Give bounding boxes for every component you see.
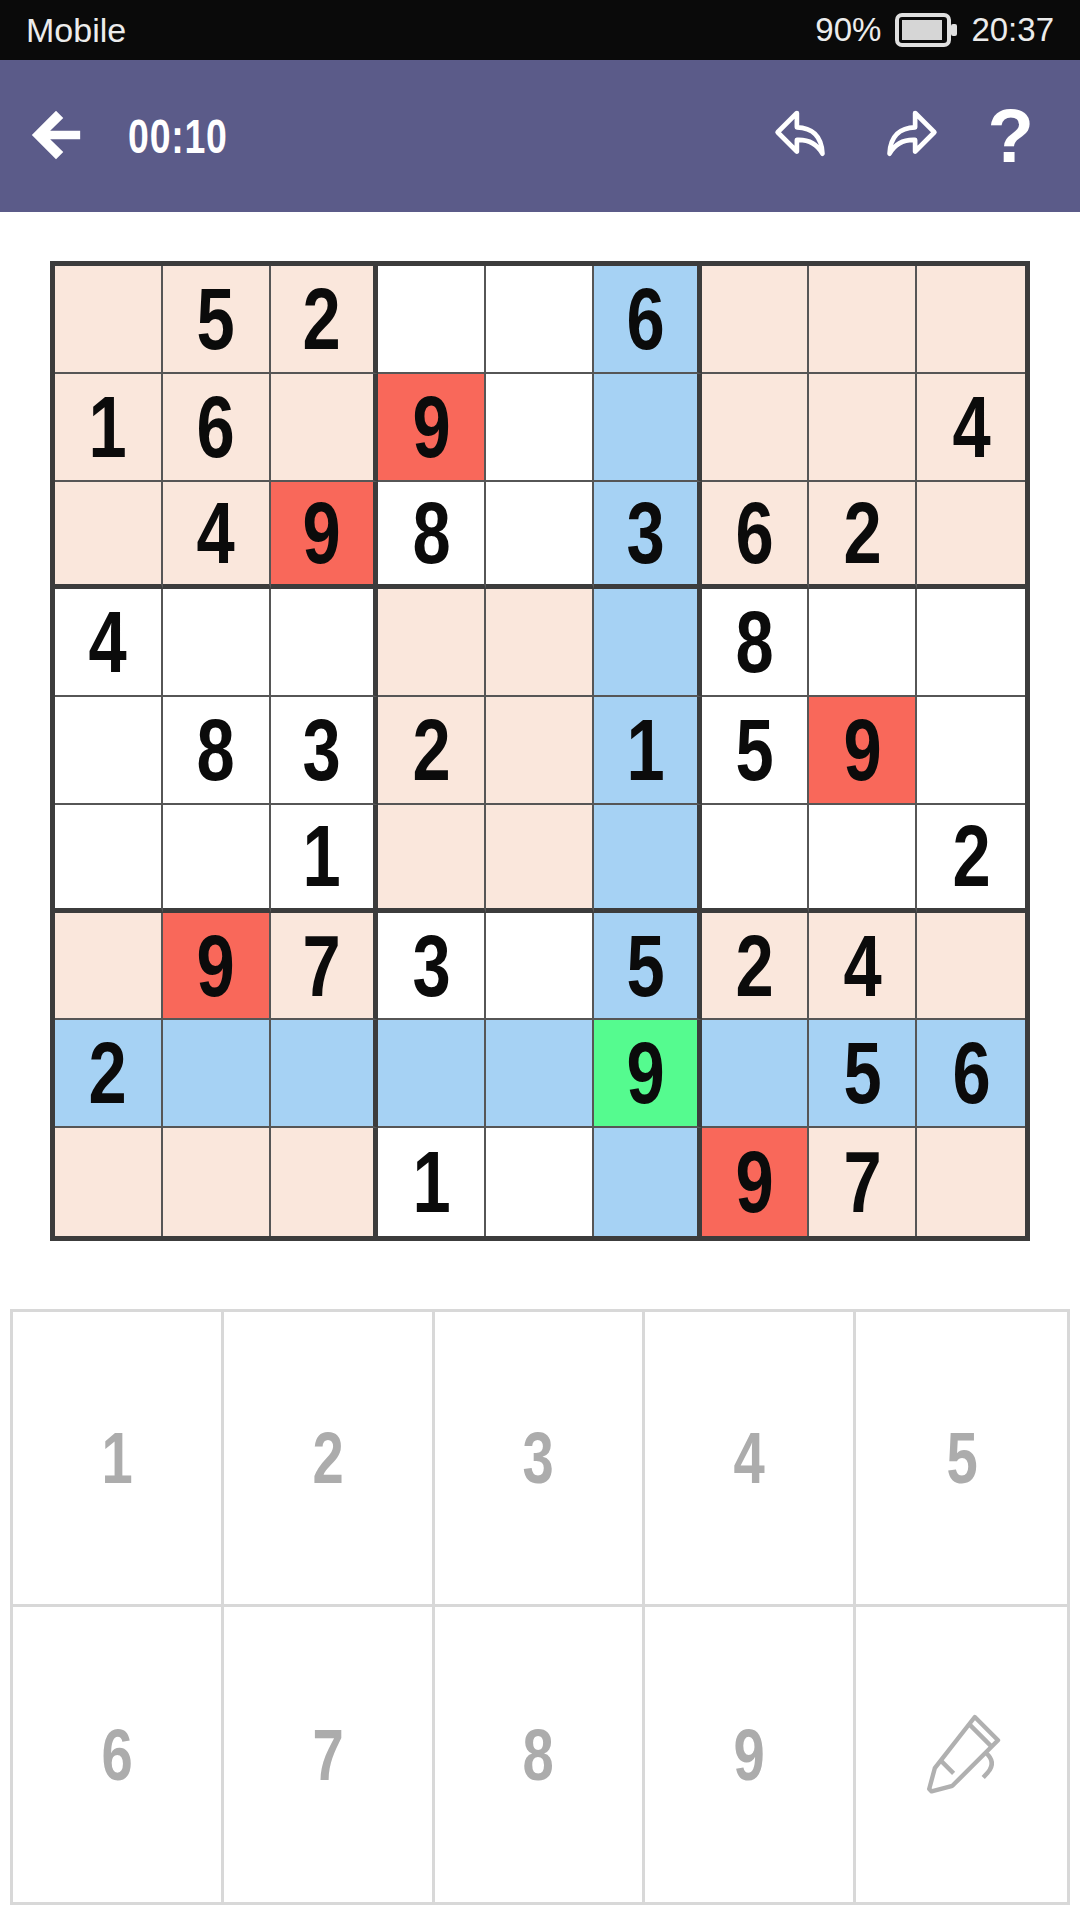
- cell-r5c7[interactable]: 5: [702, 697, 810, 805]
- clock-label: 20:37: [971, 11, 1054, 49]
- cell-digit: 3: [626, 489, 664, 577]
- cell-digit: 9: [843, 706, 881, 794]
- cell-r2c5[interactable]: [486, 374, 594, 482]
- cell-r1c7[interactable]: [702, 266, 810, 374]
- status-bar-right: 90% 20:37: [815, 11, 1054, 49]
- numpad-button-5[interactable]: 5: [856, 1312, 1067, 1607]
- cell-r5c1[interactable]: [55, 697, 163, 805]
- cell-r5c2[interactable]: 8: [163, 697, 271, 805]
- cell-r8c6[interactable]: 9: [594, 1020, 702, 1128]
- numpad-button-9[interactable]: 9: [645, 1607, 856, 1902]
- cell-r1c4[interactable]: [378, 266, 486, 374]
- cell-digit: 9: [303, 489, 341, 577]
- numpad-label: 5: [946, 1422, 977, 1494]
- cell-r7c5[interactable]: [486, 913, 594, 1021]
- cell-r5c5[interactable]: [486, 697, 594, 805]
- numpad-button-6[interactable]: 6: [13, 1607, 224, 1902]
- sudoku-grid: 526169449836248832159129735242956197: [50, 261, 1030, 1241]
- cell-r3c9[interactable]: [917, 482, 1025, 590]
- cell-r6c4[interactable]: [378, 805, 486, 913]
- app-bar-actions: ?: [768, 98, 1034, 174]
- cell-r5c9[interactable]: [917, 697, 1025, 805]
- cell-digit: 9: [626, 1029, 664, 1117]
- cell-r8c1[interactable]: 2: [55, 1020, 163, 1128]
- cell-r7c2[interactable]: 9: [163, 913, 271, 1021]
- cell-r7c9[interactable]: [917, 913, 1025, 1021]
- cell-digit: 1: [303, 812, 341, 900]
- cell-digit: 5: [735, 706, 773, 794]
- cell-r2c4[interactable]: 9: [378, 374, 486, 482]
- numpad-button-2[interactable]: 2: [224, 1312, 435, 1607]
- cell-digit: 9: [412, 383, 450, 471]
- timer-label: 00:10: [128, 109, 228, 164]
- cell-r2c7[interactable]: [702, 374, 810, 482]
- cell-r1c8[interactable]: [809, 266, 917, 374]
- numpad-button-8[interactable]: 8: [435, 1607, 646, 1902]
- cell-digit: 1: [89, 383, 127, 471]
- cell-r7c4[interactable]: 3: [378, 913, 486, 1021]
- cell-digit: 2: [952, 812, 990, 900]
- cell-r3c3[interactable]: 9: [271, 482, 379, 590]
- help-icon: ?: [988, 98, 1034, 174]
- sudoku-app-screen: Mobile 90% 20:37 00:10: [0, 0, 1080, 1920]
- cell-r1c3[interactable]: 2: [271, 266, 379, 374]
- cell-r5c3[interactable]: 3: [271, 697, 379, 805]
- cell-digit: 2: [843, 489, 881, 577]
- cell-digit: 6: [952, 1029, 990, 1117]
- back-arrow-icon: [24, 106, 88, 167]
- cell-r4c1[interactable]: 4: [55, 589, 163, 697]
- cell-digit: 8: [412, 489, 450, 577]
- cell-r4c8[interactable]: [809, 589, 917, 697]
- cell-digit: 2: [303, 275, 341, 363]
- cell-r1c1[interactable]: [55, 266, 163, 374]
- cell-r2c1[interactable]: 1: [55, 374, 163, 482]
- numpad-label: 8: [523, 1719, 554, 1791]
- carrier-label: Mobile: [26, 11, 126, 50]
- cell-digit: 5: [197, 275, 235, 363]
- cell-r4c7[interactable]: 8: [702, 589, 810, 697]
- cell-r2c8[interactable]: [809, 374, 917, 482]
- status-bar: Mobile 90% 20:37: [0, 0, 1080, 60]
- cell-r6c9[interactable]: 2: [917, 805, 1025, 913]
- numpad-button-4[interactable]: 4: [645, 1312, 856, 1607]
- cell-r6c6[interactable]: [594, 805, 702, 913]
- cell-digit: 4: [197, 489, 235, 577]
- battery-percent: 90%: [815, 11, 881, 49]
- cell-r7c7[interactable]: 2: [702, 913, 810, 1021]
- undo-button[interactable]: [768, 102, 834, 171]
- cell-digit: 7: [843, 1138, 881, 1226]
- cell-r1c9[interactable]: [917, 266, 1025, 374]
- redo-button[interactable]: [878, 102, 944, 171]
- cell-r6c2[interactable]: [163, 805, 271, 913]
- cell-r2c2[interactable]: 6: [163, 374, 271, 482]
- pencil-button[interactable]: [856, 1607, 1067, 1902]
- cell-digit: 9: [735, 1138, 773, 1226]
- cell-r7c8[interactable]: 4: [809, 913, 917, 1021]
- pencil-icon: [914, 1700, 1010, 1810]
- cell-digit: 2: [89, 1029, 127, 1117]
- cell-digit: 2: [412, 706, 450, 794]
- cell-r1c5[interactable]: [486, 266, 594, 374]
- cell-digit: 5: [843, 1029, 881, 1117]
- cell-r8c4[interactable]: [378, 1020, 486, 1128]
- cell-digit: 6: [735, 489, 773, 577]
- cell-digit: 2: [735, 922, 773, 1010]
- cell-r7c6[interactable]: 5: [594, 913, 702, 1021]
- cell-digit: 7: [303, 922, 341, 1010]
- cell-digit: 3: [412, 922, 450, 1010]
- numpad-button-1[interactable]: 1: [13, 1312, 224, 1607]
- help-button[interactable]: ?: [988, 98, 1034, 174]
- cell-r1c2[interactable]: 5: [163, 266, 271, 374]
- cell-digit: 4: [843, 922, 881, 1010]
- numpad-label: 4: [734, 1422, 765, 1494]
- app-bar-left: 00:10: [24, 106, 242, 167]
- cell-r4c9[interactable]: [917, 589, 1025, 697]
- cell-r7c3[interactable]: 7: [271, 913, 379, 1021]
- cell-digit: 3: [303, 706, 341, 794]
- numpad-label: 2: [312, 1422, 343, 1494]
- cell-r3c8[interactable]: 2: [809, 482, 917, 590]
- cell-r4c5[interactable]: [486, 589, 594, 697]
- cell-r2c6[interactable]: [594, 374, 702, 482]
- cell-r3c5[interactable]: [486, 482, 594, 590]
- cell-r7c1[interactable]: [55, 913, 163, 1021]
- redo-icon: [878, 102, 944, 171]
- numpad-label: 9: [734, 1719, 765, 1791]
- numpad-label: 6: [101, 1719, 132, 1791]
- cell-digit: 6: [197, 383, 235, 471]
- app-bar: 00:10 ?: [0, 60, 1080, 212]
- cell-r8c9[interactable]: 6: [917, 1020, 1025, 1128]
- cell-r5c8[interactable]: 9: [809, 697, 917, 805]
- cell-digit: 4: [89, 598, 127, 686]
- cell-r8c2[interactable]: [163, 1020, 271, 1128]
- cell-r8c3[interactable]: [271, 1020, 379, 1128]
- cell-digit: 4: [952, 383, 990, 471]
- cell-r1c6[interactable]: 6: [594, 266, 702, 374]
- cell-r6c8[interactable]: [809, 805, 917, 913]
- numpad-label: 3: [523, 1422, 554, 1494]
- numpad-label: 7: [312, 1719, 343, 1791]
- cell-r3c6[interactable]: 3: [594, 482, 702, 590]
- cell-r4c4[interactable]: [378, 589, 486, 697]
- cell-r2c9[interactable]: 4: [917, 374, 1025, 482]
- cell-digit: 9: [197, 922, 235, 1010]
- cell-r4c6[interactable]: [594, 589, 702, 697]
- cell-r9c2[interactable]: [163, 1128, 271, 1236]
- cell-r9c8[interactable]: 7: [809, 1128, 917, 1236]
- cell-r6c1[interactable]: [55, 805, 163, 913]
- cell-digit: 8: [197, 706, 235, 794]
- cell-r4c3[interactable]: [271, 589, 379, 697]
- cell-r6c7[interactable]: [702, 805, 810, 913]
- cell-r6c5[interactable]: [486, 805, 594, 913]
- cell-digit: 5: [626, 922, 664, 1010]
- cell-r8c5[interactable]: [486, 1020, 594, 1128]
- cell-r2c3[interactable]: [271, 374, 379, 482]
- cell-r3c1[interactable]: [55, 482, 163, 590]
- number-pad: 1 2 3 4 5 6 7 8 9: [10, 1309, 1070, 1905]
- numpad-label: 1: [101, 1422, 132, 1494]
- back-button[interactable]: [24, 106, 88, 167]
- undo-icon: [768, 102, 834, 171]
- cell-r3c7[interactable]: 6: [702, 482, 810, 590]
- numpad-button-7[interactable]: 7: [224, 1607, 435, 1902]
- cell-r9c7[interactable]: 9: [702, 1128, 810, 1236]
- cell-digit: 1: [412, 1138, 450, 1226]
- cell-r6c3[interactable]: 1: [271, 805, 379, 913]
- cell-r9c4[interactable]: 1: [378, 1128, 486, 1236]
- cell-r9c6[interactable]: [594, 1128, 702, 1236]
- cell-digit: 1: [626, 706, 664, 794]
- cell-r9c9[interactable]: [917, 1128, 1025, 1236]
- cell-r3c2[interactable]: 4: [163, 482, 271, 590]
- cell-r3c4[interactable]: 8: [378, 482, 486, 590]
- cell-digit: 6: [626, 275, 664, 363]
- cell-r9c3[interactable]: [271, 1128, 379, 1236]
- cell-r9c1[interactable]: [55, 1128, 163, 1236]
- cell-r5c6[interactable]: 1: [594, 697, 702, 805]
- cell-r8c7[interactable]: [702, 1020, 810, 1128]
- cell-r8c8[interactable]: 5: [809, 1020, 917, 1128]
- cell-digit: 8: [735, 598, 773, 686]
- cell-r9c5[interactable]: [486, 1128, 594, 1236]
- battery-icon: [895, 13, 957, 47]
- cell-r4c2[interactable]: [163, 589, 271, 697]
- cell-r5c4[interactable]: 2: [378, 697, 486, 805]
- numpad-button-3[interactable]: 3: [435, 1312, 646, 1607]
